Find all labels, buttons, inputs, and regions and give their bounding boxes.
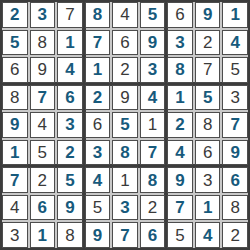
sudoku-cell[interactable]: 6 (57, 85, 83, 111)
sudoku-cell[interactable]: 8 (167, 57, 193, 83)
sudoku-cell[interactable]: 4 (30, 112, 56, 138)
sudoku-cell[interactable]: 4 (112, 2, 138, 28)
sudoku-cell[interactable]: 3 (30, 2, 56, 28)
sudoku-cell[interactable]: 3 (85, 140, 111, 166)
sudoku-cell[interactable]: 1 (57, 30, 83, 56)
sudoku-cell[interactable]: 3 (2, 222, 28, 248)
sudoku-cell[interactable]: 2 (140, 195, 166, 221)
sudoku-cell[interactable]: 9 (30, 57, 56, 83)
sudoku-cell[interactable]: 7 (112, 222, 138, 248)
sudoku-cell[interactable]: 4 (140, 85, 166, 111)
sudoku-cell[interactable]: 5 (57, 167, 83, 193)
sudoku-cell[interactable]: 1 (85, 57, 111, 83)
sudoku-cell[interactable]: 5 (85, 195, 111, 221)
sudoku-cell[interactable]: 7 (140, 140, 166, 166)
sudoku-cell[interactable]: 2 (85, 85, 111, 111)
sudoku-cell[interactable]: 4 (195, 222, 221, 248)
sudoku-cell[interactable]: 4 (2, 195, 28, 221)
sudoku-cell[interactable]: 9 (57, 195, 83, 221)
sudoku-cell[interactable]: 6 (222, 167, 248, 193)
sudoku-cell[interactable]: 4 (85, 167, 111, 193)
sudoku-cell[interactable]: 9 (195, 2, 221, 28)
sudoku-cell[interactable]: 9 (2, 112, 28, 138)
sudoku-cell[interactable]: 7 (85, 30, 111, 56)
sudoku-cell[interactable]: 5 (222, 57, 248, 83)
sudoku-cell[interactable]: 5 (112, 112, 138, 138)
sudoku-cell[interactable]: 4 (167, 140, 193, 166)
sudoku-cell[interactable]: 2 (195, 30, 221, 56)
sudoku-cell[interactable]: 8 (222, 195, 248, 221)
sudoku-cell[interactable]: 1 (30, 222, 56, 248)
sudoku-cell[interactable]: 9 (85, 222, 111, 248)
sudoku-cell[interactable]: 3 (57, 112, 83, 138)
sudoku-cell[interactable]: 5 (30, 140, 56, 166)
sudoku-cell[interactable]: 7 (222, 112, 248, 138)
sudoku-cell[interactable]: 9 (167, 167, 193, 193)
sudoku-cell[interactable]: 7 (57, 2, 83, 28)
sudoku-cell[interactable]: 2 (112, 57, 138, 83)
sudoku-cell[interactable]: 8 (2, 85, 28, 111)
sudoku-cell[interactable]: 3 (222, 85, 248, 111)
sudoku-cell[interactable]: 3 (195, 167, 221, 193)
sudoku-cell[interactable]: 9 (112, 85, 138, 111)
sudoku-cell[interactable]: 8 (85, 2, 111, 28)
sudoku-cell[interactable]: 2 (2, 2, 28, 28)
sudoku-cell[interactable]: 6 (195, 140, 221, 166)
sudoku-cell[interactable]: 8 (140, 167, 166, 193)
sudoku-cell[interactable]: 6 (30, 195, 56, 221)
sudoku-cell[interactable]: 3 (167, 30, 193, 56)
sudoku-cell[interactable]: 2 (222, 222, 248, 248)
sudoku-cell[interactable]: 6 (2, 57, 28, 83)
sudoku-cell[interactable]: 1 (2, 140, 28, 166)
sudoku-cell[interactable]: 9 (140, 30, 166, 56)
sudoku-cell[interactable]: 5 (2, 30, 28, 56)
sudoku-cell[interactable]: 6 (167, 2, 193, 28)
sudoku-cell[interactable]: 3 (140, 57, 166, 83)
sudoku-cell[interactable]: 4 (57, 57, 83, 83)
sudoku-board: 2378456915817693246941238758762941539436… (0, 0, 250, 250)
sudoku-cell[interactable]: 6 (140, 222, 166, 248)
sudoku-cell[interactable]: 1 (195, 195, 221, 221)
sudoku-cell[interactable]: 1 (222, 2, 248, 28)
sudoku-cell[interactable]: 5 (140, 2, 166, 28)
sudoku-cell[interactable]: 7 (195, 57, 221, 83)
sudoku-cell[interactable]: 2 (57, 140, 83, 166)
sudoku-cell[interactable]: 2 (167, 112, 193, 138)
sudoku-cell[interactable]: 5 (167, 222, 193, 248)
sudoku-cell[interactable]: 1 (140, 112, 166, 138)
sudoku-cell[interactable]: 7 (167, 195, 193, 221)
sudoku-cell[interactable]: 6 (85, 112, 111, 138)
sudoku-cell[interactable]: 6 (112, 30, 138, 56)
sudoku-cell[interactable]: 1 (112, 167, 138, 193)
sudoku-cell[interactable]: 4 (222, 30, 248, 56)
sudoku-cell[interactable]: 8 (57, 222, 83, 248)
sudoku-cell[interactable]: 8 (112, 140, 138, 166)
sudoku-cell[interactable]: 1 (167, 85, 193, 111)
sudoku-cell[interactable]: 8 (30, 30, 56, 56)
sudoku-cell[interactable]: 5 (195, 85, 221, 111)
sudoku-cell[interactable]: 8 (195, 112, 221, 138)
sudoku-cell[interactable]: 9 (222, 140, 248, 166)
sudoku-cell[interactable]: 2 (30, 167, 56, 193)
sudoku-cell[interactable]: 3 (112, 195, 138, 221)
sudoku-cell[interactable]: 7 (30, 85, 56, 111)
sudoku-cell[interactable]: 7 (2, 167, 28, 193)
